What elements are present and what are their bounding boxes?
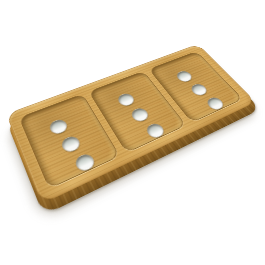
drain-hole [115, 92, 136, 108]
drain-hole [189, 82, 210, 97]
drain-hole [174, 69, 194, 83]
bamboo-tray [6, 44, 256, 204]
drain-hole [144, 121, 167, 140]
drain-hole [59, 134, 82, 154]
product-photo-stage [0, 0, 265, 265]
drain-hole [204, 95, 226, 111]
drain-hole [47, 118, 69, 137]
drain-hole [73, 152, 97, 174]
drain-hole [129, 106, 151, 123]
